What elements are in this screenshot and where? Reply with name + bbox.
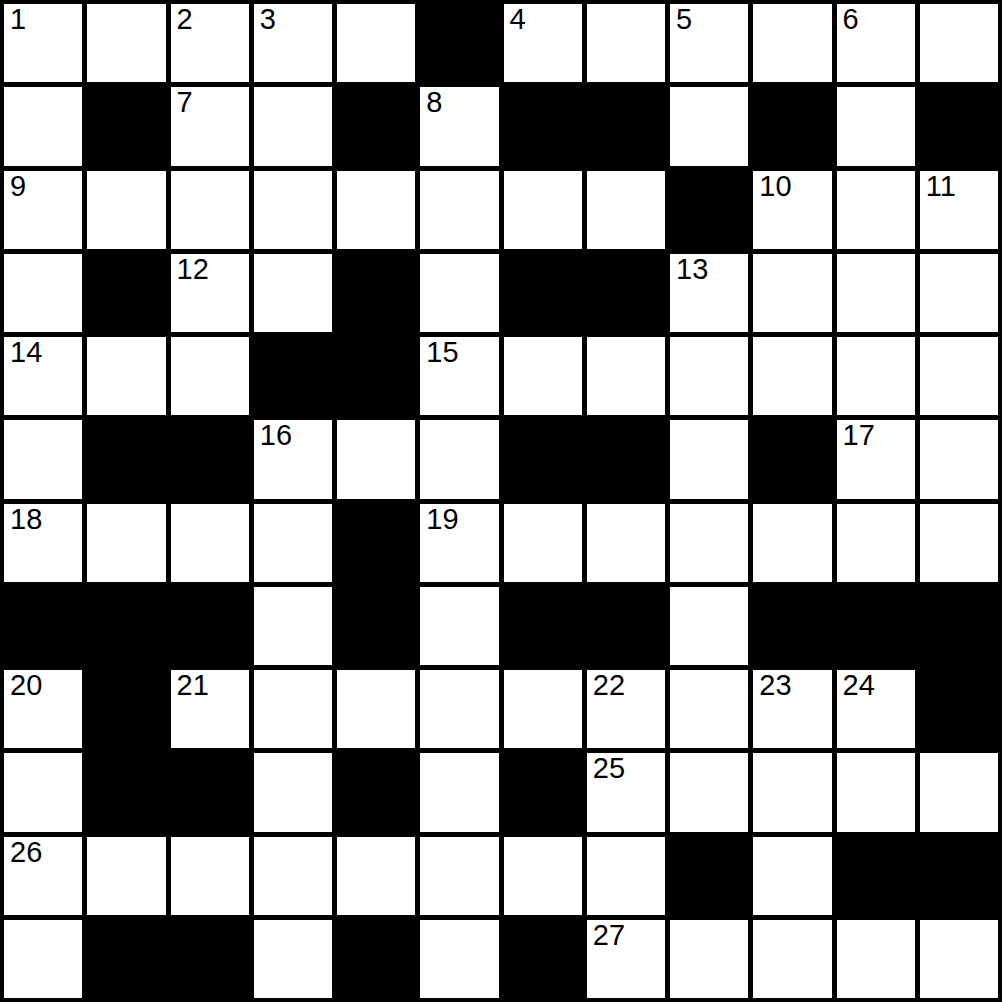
- clue-number-24: 24: [843, 671, 875, 700]
- black-cell-r8c1: [4, 587, 82, 665]
- cell-r1c10[interactable]: [753, 4, 831, 82]
- black-cell-r7c5: [337, 504, 415, 582]
- cell-r9c7[interactable]: [504, 670, 582, 748]
- black-cell-r8c10: [753, 587, 831, 665]
- cell-r11c6[interactable]: [420, 837, 498, 915]
- cell-r6c11[interactable]: 17: [837, 420, 915, 498]
- crossword-board: 1234567891011121314151617181920212223242…: [0, 0, 1002, 1002]
- black-cell-r11c11: [837, 837, 915, 915]
- cell-r1c9[interactable]: 5: [670, 4, 748, 82]
- black-cell-r2c5: [337, 87, 415, 165]
- clue-number-14: 14: [10, 338, 42, 367]
- clue-number-12: 12: [177, 255, 209, 284]
- cell-r11c2[interactable]: [87, 837, 165, 915]
- cell-r12c8[interactable]: 27: [587, 920, 665, 998]
- black-cell-r8c11: [837, 587, 915, 665]
- cell-r1c12[interactable]: [920, 4, 998, 82]
- cell-r3c10[interactable]: 10: [753, 171, 831, 249]
- black-cell-r11c9: [670, 837, 748, 915]
- cell-r2c6[interactable]: 8: [420, 87, 498, 165]
- cell-r3c11[interactable]: [837, 171, 915, 249]
- clue-number-18: 18: [10, 505, 42, 534]
- clue-number-3: 3: [260, 5, 276, 34]
- cell-r4c3[interactable]: 12: [171, 254, 249, 332]
- cell-r3c1[interactable]: 9: [4, 171, 82, 249]
- cell-r7c1[interactable]: 18: [4, 504, 82, 582]
- clue-number-9: 9: [10, 172, 26, 201]
- cell-r5c12[interactable]: [920, 337, 998, 415]
- cell-r2c4[interactable]: [254, 87, 332, 165]
- cell-r6c5[interactable]: [337, 420, 415, 498]
- cell-r9c6[interactable]: [420, 670, 498, 748]
- cell-r7c4[interactable]: [254, 504, 332, 582]
- black-cell-r6c3: [171, 420, 249, 498]
- clue-number-20: 20: [10, 671, 42, 700]
- cell-r11c4[interactable]: [254, 837, 332, 915]
- cell-r3c5[interactable]: [337, 171, 415, 249]
- cell-r3c6[interactable]: [420, 171, 498, 249]
- clue-number-19: 19: [426, 505, 458, 534]
- cell-r9c9[interactable]: [670, 670, 748, 748]
- cell-r9c10[interactable]: 23: [753, 670, 831, 748]
- cell-r12c4[interactable]: [254, 920, 332, 998]
- clue-number-22: 22: [593, 671, 625, 700]
- black-cell-r4c8: [587, 254, 665, 332]
- black-cell-r10c7: [504, 753, 582, 831]
- black-cell-r9c2: [87, 670, 165, 748]
- black-cell-r4c5: [337, 254, 415, 332]
- cell-r6c6[interactable]: [420, 420, 498, 498]
- cell-r11c3[interactable]: [171, 837, 249, 915]
- black-cell-r8c12: [920, 587, 998, 665]
- black-cell-r6c7: [504, 420, 582, 498]
- clue-number-15: 15: [426, 338, 458, 367]
- clue-number-2: 2: [177, 5, 193, 34]
- black-cell-r6c8: [587, 420, 665, 498]
- cell-r11c7[interactable]: [504, 837, 582, 915]
- cell-r1c1[interactable]: 1: [4, 4, 82, 82]
- cell-r7c8[interactable]: [587, 504, 665, 582]
- cell-r1c4[interactable]: 3: [254, 4, 332, 82]
- cell-r6c1[interactable]: [4, 420, 82, 498]
- cell-r4c12[interactable]: [920, 254, 998, 332]
- cell-r6c9[interactable]: [670, 420, 748, 498]
- black-cell-r10c3: [171, 753, 249, 831]
- cell-r7c12[interactable]: [920, 504, 998, 582]
- cell-r4c11[interactable]: [837, 254, 915, 332]
- cell-r5c10[interactable]: [753, 337, 831, 415]
- cell-r3c3[interactable]: [171, 171, 249, 249]
- clue-number-6: 6: [843, 5, 859, 34]
- cell-r3c8[interactable]: [587, 171, 665, 249]
- cell-r12c12[interactable]: [920, 920, 998, 998]
- cell-r1c11[interactable]: 6: [837, 4, 915, 82]
- cell-r10c10[interactable]: [753, 753, 831, 831]
- clue-number-4: 4: [510, 5, 526, 34]
- cell-r5c1[interactable]: 14: [4, 337, 82, 415]
- cell-r2c9[interactable]: [670, 87, 748, 165]
- black-cell-r11c12: [920, 837, 998, 915]
- black-cell-r6c2: [87, 420, 165, 498]
- cell-r3c7[interactable]: [504, 171, 582, 249]
- cell-r7c3[interactable]: [171, 504, 249, 582]
- cell-r12c1[interactable]: [4, 920, 82, 998]
- clue-number-27: 27: [593, 921, 625, 950]
- cell-r12c11[interactable]: [837, 920, 915, 998]
- clue-number-17: 17: [843, 421, 875, 450]
- cell-r12c9[interactable]: [670, 920, 748, 998]
- cell-r11c5[interactable]: [337, 837, 415, 915]
- clue-number-26: 26: [10, 838, 42, 867]
- black-cell-r8c8: [587, 587, 665, 665]
- cell-r3c2[interactable]: [87, 171, 165, 249]
- black-cell-r12c2: [87, 920, 165, 998]
- cell-r11c1[interactable]: 26: [4, 837, 82, 915]
- cell-r9c8[interactable]: 22: [587, 670, 665, 748]
- cell-r4c10[interactable]: [753, 254, 831, 332]
- cell-r7c7[interactable]: [504, 504, 582, 582]
- cell-r10c1[interactable]: [4, 753, 82, 831]
- cell-r4c6[interactable]: [420, 254, 498, 332]
- cell-r2c3[interactable]: 7: [171, 87, 249, 165]
- cell-r2c1[interactable]: [4, 87, 82, 165]
- clue-number-23: 23: [759, 671, 791, 700]
- clue-number-16: 16: [260, 421, 292, 450]
- black-cell-r8c5: [337, 587, 415, 665]
- black-cell-r8c2: [87, 587, 165, 665]
- black-cell-r4c7: [504, 254, 582, 332]
- cell-r1c7[interactable]: 4: [504, 4, 582, 82]
- cell-r12c6[interactable]: [420, 920, 498, 998]
- cell-r1c3[interactable]: 2: [171, 4, 249, 82]
- black-cell-r8c3: [171, 587, 249, 665]
- cell-r9c11[interactable]: 24: [837, 670, 915, 748]
- clue-number-5: 5: [676, 5, 692, 34]
- cell-r4c1[interactable]: [4, 254, 82, 332]
- black-cell-r12c3: [171, 920, 249, 998]
- black-cell-r1c6: [420, 4, 498, 82]
- cell-r6c12[interactable]: [920, 420, 998, 498]
- black-cell-r2c2: [87, 87, 165, 165]
- cell-r8c9[interactable]: [670, 587, 748, 665]
- cell-r9c1[interactable]: 20: [4, 670, 82, 748]
- clue-number-11: 11: [926, 172, 956, 201]
- cell-r8c4[interactable]: [254, 587, 332, 665]
- cell-r4c4[interactable]: [254, 254, 332, 332]
- clue-number-7: 7: [177, 88, 193, 117]
- black-cell-r4c2: [87, 254, 165, 332]
- cell-r7c6[interactable]: 19: [420, 504, 498, 582]
- cell-r10c12[interactable]: [920, 753, 998, 831]
- cell-r11c10[interactable]: [753, 837, 831, 915]
- cell-r7c9[interactable]: [670, 504, 748, 582]
- cell-r10c9[interactable]: [670, 753, 748, 831]
- cell-r5c8[interactable]: [587, 337, 665, 415]
- black-cell-r12c5: [337, 920, 415, 998]
- cell-r1c5[interactable]: [337, 4, 415, 82]
- clue-number-10: 10: [759, 172, 791, 201]
- cell-r11c8[interactable]: [587, 837, 665, 915]
- cell-r9c3[interactable]: 21: [171, 670, 249, 748]
- black-cell-r12c7: [504, 920, 582, 998]
- cell-r10c6[interactable]: [420, 753, 498, 831]
- black-cell-r2c10: [753, 87, 831, 165]
- cell-r5c9[interactable]: [670, 337, 748, 415]
- black-cell-r5c4: [254, 337, 332, 415]
- black-cell-r10c5: [337, 753, 415, 831]
- cell-r5c7[interactable]: [504, 337, 582, 415]
- cell-r5c2[interactable]: [87, 337, 165, 415]
- clue-number-1: 1: [10, 5, 26, 34]
- cell-r7c10[interactable]: [753, 504, 831, 582]
- clue-number-13: 13: [676, 255, 708, 284]
- cell-r9c5[interactable]: [337, 670, 415, 748]
- cell-r1c2[interactable]: [87, 4, 165, 82]
- black-cell-r8c7: [504, 587, 582, 665]
- cell-r5c11[interactable]: [837, 337, 915, 415]
- black-cell-r3c9: [670, 171, 748, 249]
- black-cell-r9c12: [920, 670, 998, 748]
- clue-number-8: 8: [426, 88, 442, 117]
- cell-r6c4[interactable]: 16: [254, 420, 332, 498]
- black-cell-r5c5: [337, 337, 415, 415]
- cell-r1c8[interactable]: [587, 4, 665, 82]
- cell-r10c4[interactable]: [254, 753, 332, 831]
- cell-r4c9[interactable]: 13: [670, 254, 748, 332]
- cell-r7c11[interactable]: [837, 504, 915, 582]
- cell-r8c6[interactable]: [420, 587, 498, 665]
- black-cell-r2c7: [504, 87, 582, 165]
- black-cell-r2c8: [587, 87, 665, 165]
- clue-number-25: 25: [593, 754, 625, 783]
- cell-r2c11[interactable]: [837, 87, 915, 165]
- black-cell-r2c12: [920, 87, 998, 165]
- cell-r3c12[interactable]: 11: [920, 171, 998, 249]
- cell-r3c4[interactable]: [254, 171, 332, 249]
- clue-number-21: 21: [177, 671, 209, 700]
- cell-r10c11[interactable]: [837, 753, 915, 831]
- cell-r5c3[interactable]: [171, 337, 249, 415]
- cell-r12c10[interactable]: [753, 920, 831, 998]
- black-cell-r10c2: [87, 753, 165, 831]
- black-cell-r6c10: [753, 420, 831, 498]
- cell-r5c6[interactable]: 15: [420, 337, 498, 415]
- cell-r9c4[interactable]: [254, 670, 332, 748]
- cell-r10c8[interactable]: 25: [587, 753, 665, 831]
- cell-r7c2[interactable]: [87, 504, 165, 582]
